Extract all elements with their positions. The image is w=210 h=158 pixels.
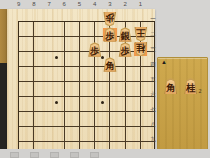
hand-piece[interactable]: 角: [164, 78, 177, 94]
shogi-board[interactable]: [7, 9, 155, 149]
rank-label: 二: [149, 31, 157, 38]
bottom-toolbar-button[interactable]: [90, 152, 99, 158]
rank-label: 七: [149, 106, 157, 113]
file-label: 3: [102, 1, 118, 7]
piece-glyph: 銀: [120, 31, 130, 41]
rank-label: 三: [149, 46, 157, 53]
piece-face: 歩: [89, 44, 100, 57]
shogi-app: ▲ 角桂2 987654321一二三四五六七八九歩歩銀王歩歩桂角: [0, 0, 210, 158]
bottom-toolbar-button[interactable]: [10, 152, 19, 158]
rank-label: 五: [149, 76, 157, 83]
sente-mark: ▲: [161, 59, 167, 65]
piece-face: 王: [135, 27, 146, 40]
rank-label: 一: [149, 16, 157, 23]
piece-glyph: 歩: [105, 31, 115, 41]
file-label: 7: [41, 1, 57, 7]
piece-glyph: 歩: [90, 46, 100, 56]
piece-face: 歩: [104, 12, 115, 25]
hand-piece-count: 2: [199, 88, 202, 94]
rank-label: 六: [149, 91, 157, 98]
hand-piece[interactable]: 桂: [184, 78, 197, 94]
piece-face: 歩: [119, 44, 130, 57]
file-label: 4: [87, 1, 103, 7]
piece-glyph: 角: [105, 61, 115, 71]
piece-glyph: 桂: [136, 43, 146, 53]
hoshi-dot: [101, 56, 104, 59]
piece-face: 歩: [104, 29, 115, 42]
piece-glyph: 歩: [105, 13, 115, 23]
file-label: 5: [71, 1, 87, 7]
piece-face: 角: [165, 80, 176, 94]
file-label: 6: [56, 1, 72, 7]
piece-glyph: 桂: [186, 82, 196, 92]
file-label: 9: [11, 1, 27, 7]
page-background-strip: [0, 63, 7, 149]
rank-label: 九: [149, 136, 157, 143]
piece-face: 銀: [119, 29, 130, 42]
hoshi-dot: [55, 56, 58, 59]
bottom-toolbar-button[interactable]: [30, 152, 39, 158]
file-label: 1: [132, 1, 148, 7]
gote-komadai-sliver: [0, 9, 7, 63]
rank-label: 八: [149, 121, 157, 128]
sente-komadai[interactable]: ▲ 角桂2: [157, 57, 208, 155]
bottom-toolbar-button[interactable]: [70, 152, 79, 158]
piece-face: 桂: [185, 80, 196, 94]
rank-label: 四: [149, 61, 157, 68]
piece-glyph: 歩: [120, 46, 130, 56]
file-label: 8: [26, 1, 42, 7]
piece-glyph: 王: [136, 28, 146, 38]
file-label: 2: [117, 1, 133, 7]
hoshi-dot: [55, 101, 58, 104]
bottom-toolbar-button[interactable]: [50, 152, 59, 158]
piece-face: 角: [104, 59, 115, 72]
hoshi-dot: [101, 101, 104, 104]
piece-face: 桂: [135, 42, 146, 55]
piece-glyph: 角: [166, 82, 176, 92]
board-grid[interactable]: [18, 21, 155, 156]
